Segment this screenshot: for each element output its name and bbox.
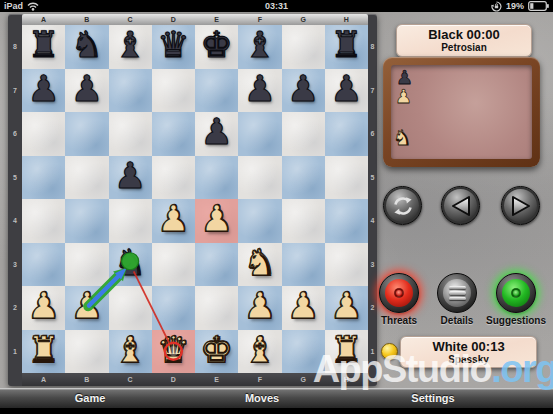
rank-label-3: 3 <box>8 243 22 287</box>
square-d4[interactable]: ♟ <box>152 199 195 243</box>
square-a4[interactable] <box>22 199 65 243</box>
square-h4[interactable] <box>325 199 368 243</box>
rank-label-5: 5 <box>8 156 22 200</box>
tab-moves[interactable]: Moves <box>245 392 279 404</box>
square-a1[interactable]: ♜ <box>22 330 65 374</box>
square-e7[interactable] <box>195 69 238 113</box>
rotation-lock-icon <box>491 1 502 12</box>
square-h3[interactable] <box>325 243 368 287</box>
threats-label: Threats <box>381 315 417 326</box>
square-d2[interactable] <box>152 286 195 330</box>
rank-label-7: 7 <box>8 69 22 113</box>
square-e3[interactable] <box>195 243 238 287</box>
file-label-d: D <box>152 373 195 386</box>
white-player-name: Spassky <box>401 354 536 365</box>
black-pawn: ♟ <box>200 114 232 153</box>
square-a7[interactable]: ♟ <box>22 69 65 113</box>
black-pawn: ♟ <box>244 71 276 110</box>
square-e5[interactable] <box>195 156 238 200</box>
clock-time: 03:31 <box>0 1 553 11</box>
square-b4[interactable] <box>65 199 108 243</box>
details-icon <box>443 279 471 307</box>
white-clock-time: White 00:13 <box>401 340 536 354</box>
rank-label-5: 5 <box>368 156 377 200</box>
square-c7[interactable] <box>109 69 152 113</box>
white-pawn: ♟ <box>200 201 232 240</box>
black-rook: ♜ <box>27 27 59 66</box>
white-turn-indicator <box>381 343 398 360</box>
white-clock-panel: White 00:13 Spassky <box>400 336 537 368</box>
rank-labels-left: 87654321 <box>8 25 22 373</box>
rank-label-4: 4 <box>368 199 377 243</box>
white-pawn: ♟ <box>157 201 189 240</box>
black-pawn: ♟ <box>287 71 319 110</box>
rank-label-8: 8 <box>368 25 377 69</box>
suggestions-label: Suggestions <box>486 315 546 326</box>
square-e6[interactable]: ♟ <box>195 112 238 156</box>
square-h7[interactable]: ♟ <box>325 69 368 113</box>
white-bishop: ♝ <box>244 332 276 371</box>
rank-label-4: 4 <box>8 199 22 243</box>
square-e8[interactable]: ♚ <box>195 25 238 69</box>
white-pawn: ♟ <box>27 288 59 327</box>
status-bar: iPad 03:31 19% <box>0 0 553 12</box>
rank-label-2: 2 <box>368 286 377 330</box>
square-h8[interactable]: ♜ <box>325 25 368 69</box>
file-label-h: H <box>325 373 368 386</box>
back-arrow-icon <box>448 194 474 218</box>
white-king: ♚ <box>200 332 232 371</box>
black-pawn: ♟ <box>27 71 59 110</box>
square-f3[interactable]: ♞ <box>238 243 281 287</box>
square-c2[interactable] <box>109 286 152 330</box>
square-e1[interactable]: ♚ <box>195 330 238 374</box>
square-f2[interactable]: ♟ <box>238 286 281 330</box>
square-a5[interactable] <box>22 156 65 200</box>
rank-label-6: 6 <box>8 112 22 156</box>
square-d5[interactable] <box>152 156 195 200</box>
square-c6[interactable] <box>109 112 152 156</box>
rank-label-1: 1 <box>368 330 377 374</box>
square-a6[interactable] <box>22 112 65 156</box>
square-d8[interactable]: ♛ <box>152 25 195 69</box>
square-c8[interactable]: ♝ <box>109 25 152 69</box>
details-label: Details <box>441 315 474 326</box>
square-f8[interactable]: ♝ <box>238 25 281 69</box>
black-bishop: ♝ <box>114 27 146 66</box>
white-bishop: ♝ <box>114 332 146 371</box>
square-d3[interactable] <box>152 243 195 287</box>
square-e2[interactable] <box>195 286 238 330</box>
threats-icon <box>385 279 413 307</box>
square-f4[interactable] <box>238 199 281 243</box>
square-e4[interactable]: ♟ <box>195 199 238 243</box>
rank-label-7: 7 <box>368 69 377 113</box>
square-h6[interactable] <box>325 112 368 156</box>
file-label-a: A <box>22 373 65 386</box>
square-d1[interactable]: ♛ <box>152 330 195 374</box>
battery-icon <box>528 1 549 11</box>
square-d6[interactable] <box>152 112 195 156</box>
black-knight: ♞ <box>114 245 146 284</box>
file-label-g: G <box>282 14 325 25</box>
black-player-name: Petrosian <box>397 42 531 53</box>
square-b6[interactable] <box>65 112 108 156</box>
black-bishop: ♝ <box>244 27 276 66</box>
file-label-e: E <box>195 373 238 386</box>
rank-label-6: 6 <box>368 112 377 156</box>
black-queen: ♛ <box>157 27 189 66</box>
square-g8[interactable] <box>282 25 325 69</box>
forward-move-button[interactable] <box>501 186 540 225</box>
chess-app-screen: iPad 03:31 19% <box>0 0 553 414</box>
captured-white-pawn: ♟ <box>395 87 412 106</box>
white-knight: ♞ <box>244 245 276 284</box>
square-c4[interactable] <box>109 199 152 243</box>
square-b1[interactable] <box>65 330 108 374</box>
white-pawn: ♟ <box>244 288 276 327</box>
square-b5[interactable] <box>65 156 108 200</box>
square-g4[interactable] <box>282 199 325 243</box>
square-c3[interactable]: ♞ <box>109 243 152 287</box>
back-move-button[interactable] <box>441 186 480 225</box>
black-pawn: ♟ <box>71 71 103 110</box>
file-label-f: F <box>238 373 281 386</box>
black-clock-panel: Black 00:00 Petrosian <box>396 24 532 57</box>
square-h2[interactable]: ♟ <box>325 286 368 330</box>
captured-pieces-tray: ♟♟♞ <box>383 57 540 167</box>
square-g1[interactable] <box>282 330 325 374</box>
rank-label-1: 1 <box>8 330 22 374</box>
white-rook: ♜ <box>330 332 362 371</box>
square-f7[interactable]: ♟ <box>238 69 281 113</box>
square-h5[interactable] <box>325 156 368 200</box>
square-d7[interactable] <box>152 69 195 113</box>
rank-label-2: 2 <box>8 286 22 330</box>
file-label-g: G <box>282 373 325 386</box>
square-f1[interactable]: ♝ <box>238 330 281 374</box>
square-g7[interactable]: ♟ <box>282 69 325 113</box>
forward-arrow-icon <box>508 194 534 218</box>
square-a3[interactable] <box>22 243 65 287</box>
square-f6[interactable] <box>238 112 281 156</box>
suggestions-button[interactable] <box>496 273 536 313</box>
captured-white-knight: ♞ <box>393 128 412 149</box>
rank-label-3: 3 <box>368 243 377 287</box>
rotate-icon <box>392 195 414 217</box>
file-label-b: B <box>65 373 108 386</box>
tab-settings[interactable]: Settings <box>411 392 454 404</box>
black-knight: ♞ <box>71 27 103 66</box>
square-b8[interactable]: ♞ <box>65 25 108 69</box>
file-labels-bottom: ABCDEFGH <box>22 373 368 386</box>
black-king: ♚ <box>200 27 232 66</box>
file-label-c: C <box>109 373 152 386</box>
white-pawn: ♟ <box>71 288 103 327</box>
white-rook: ♜ <box>27 332 59 371</box>
threats-button[interactable] <box>379 273 419 313</box>
square-c1[interactable]: ♝ <box>109 330 152 374</box>
rank-label-8: 8 <box>8 25 22 69</box>
square-b7[interactable]: ♟ <box>65 69 108 113</box>
board-squares: ♜♞♝♛♚♝♜♟♟♟♟♟♟♟♟♟♞♞♟♟♟♟♟♜♝♛♚♝♜ <box>22 25 368 373</box>
chess-board: ABCDEFGH ABCDEFGH 87654321 87654321 ♜♞♝♛… <box>8 14 377 386</box>
square-a2[interactable]: ♟ <box>22 286 65 330</box>
black-rook: ♜ <box>330 27 362 66</box>
square-b3[interactable] <box>65 243 108 287</box>
suggestions-icon <box>502 279 530 307</box>
white-pawn: ♟ <box>287 288 319 327</box>
square-f5[interactable] <box>238 156 281 200</box>
black-pawn: ♟ <box>114 158 146 197</box>
battery-percent: 19% <box>506 1 524 11</box>
square-g3[interactable] <box>282 243 325 287</box>
white-pawn: ♟ <box>330 288 362 327</box>
rank-labels-right: 87654321 <box>368 25 377 373</box>
content-area: ABCDEFGH ABCDEFGH 87654321 87654321 ♜♞♝♛… <box>0 12 553 388</box>
black-clock-time: Black 00:00 <box>397 28 531 42</box>
square-c5[interactable]: ♟ <box>109 156 152 200</box>
square-g6[interactable] <box>282 112 325 156</box>
square-b2[interactable]: ♟ <box>65 286 108 330</box>
square-a8[interactable]: ♜ <box>22 25 65 69</box>
square-h1[interactable]: ♜ <box>325 330 368 374</box>
black-pawn: ♟ <box>330 71 362 110</box>
square-g2[interactable]: ♟ <box>282 286 325 330</box>
square-g5[interactable] <box>282 156 325 200</box>
rotate-board-button[interactable] <box>383 186 422 225</box>
details-button[interactable] <box>437 273 477 313</box>
white-queen: ♛ <box>157 332 189 371</box>
tab-bar: Game Moves Settings <box>0 388 553 408</box>
tab-game[interactable]: Game <box>75 392 106 404</box>
